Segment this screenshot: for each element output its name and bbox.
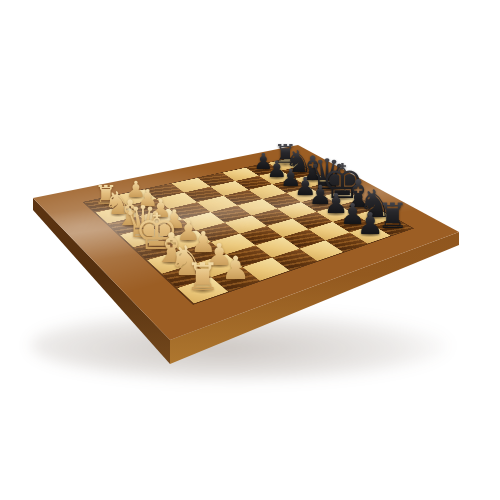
pieces-layer: ♜♞♝♛♚♝♞♜♟♟♟♟♟♟♟♟♟♟♟♟♟♟♟♟♜♞♝♛♚♝♞♜ [0, 0, 500, 500]
black-pawn-h7: ♟ [357, 209, 384, 239]
white-rook-h1: ♜ [186, 258, 220, 296]
chess-product-photo: ♜♞♝♛♚♝♞♜♟♟♟♟♟♟♟♟♟♟♟♟♟♟♟♟♜♞♝♛♚♝♞♜ [0, 0, 500, 500]
white-pawn-h2: ♟ [221, 252, 250, 284]
